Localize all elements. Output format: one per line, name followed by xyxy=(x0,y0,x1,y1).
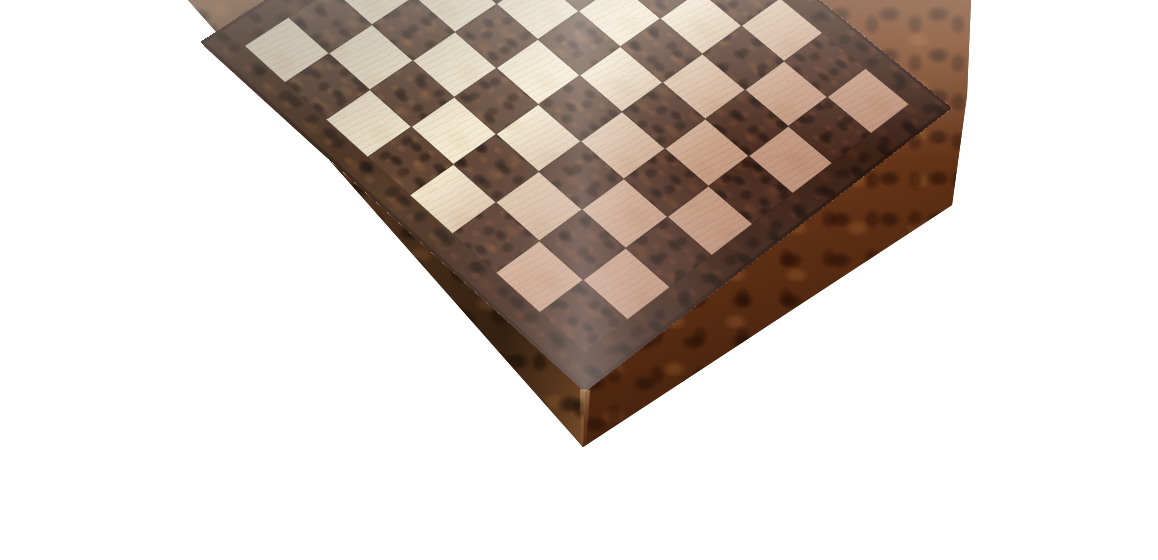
chess-board xyxy=(200,0,952,392)
board-grid xyxy=(245,0,910,353)
product-photo-stage xyxy=(0,0,1158,560)
board-corner-ridge xyxy=(578,388,592,448)
